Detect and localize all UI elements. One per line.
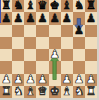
square-e4[interactable]: ♟: [49, 49, 61, 61]
black-knight[interactable]: ♞: [74, 0, 84, 12]
square-h6[interactable]: [85, 25, 97, 37]
square-h1[interactable]: ♜: [85, 86, 97, 98]
square-g5[interactable]: [73, 37, 85, 49]
black-pawn[interactable]: ♟: [86, 13, 96, 25]
white-queen[interactable]: ♛: [37, 86, 47, 98]
square-a5[interactable]: [0, 37, 12, 49]
white-rook[interactable]: ♜: [1, 86, 11, 98]
square-c6[interactable]: [24, 25, 36, 37]
square-b5[interactable]: [12, 37, 24, 49]
square-b6[interactable]: [12, 25, 24, 37]
square-d7[interactable]: ♟: [36, 12, 48, 24]
square-d6[interactable]: [36, 25, 48, 37]
square-g1[interactable]: ♞: [73, 86, 85, 98]
square-a6[interactable]: [0, 25, 12, 37]
white-king[interactable]: ♚: [49, 86, 59, 98]
black-pawn[interactable]: ♟: [74, 25, 84, 37]
white-rook[interactable]: ♜: [86, 86, 96, 98]
white-knight[interactable]: ♞: [74, 86, 84, 98]
square-a7[interactable]: ♟: [0, 12, 12, 24]
square-a1[interactable]: ♜: [0, 86, 12, 98]
black-pawn[interactable]: ♟: [25, 13, 35, 25]
black-pawn[interactable]: ♟: [62, 13, 72, 25]
square-d5[interactable]: [36, 37, 48, 49]
square-f5[interactable]: [61, 37, 73, 49]
white-knight[interactable]: ♞: [13, 86, 23, 98]
square-g4[interactable]: [73, 49, 85, 61]
chess-board[interactable]: ♜♞♝♛♚♝♞♜♟♟♟♟♟♟♟♟♟♟♟♟♟♟♟♟♜♞♝♛♚♝♞♜: [0, 0, 97, 98]
square-f7[interactable]: ♟: [61, 12, 73, 24]
square-c5[interactable]: [24, 37, 36, 49]
square-h5[interactable]: [85, 37, 97, 49]
square-g8[interactable]: ♞: [73, 0, 85, 12]
square-a4[interactable]: [0, 49, 12, 61]
square-c4[interactable]: [24, 49, 36, 61]
square-h4[interactable]: [85, 49, 97, 61]
square-f6[interactable]: [61, 25, 73, 37]
white-pawn[interactable]: ♟: [49, 49, 59, 61]
black-pawn[interactable]: ♟: [49, 13, 59, 25]
square-d1[interactable]: ♛: [36, 86, 48, 98]
black-pawn[interactable]: ♟: [13, 13, 23, 25]
square-b4[interactable]: [12, 49, 24, 61]
window-left-edge: [0, 0, 1, 23]
square-b7[interactable]: ♟: [12, 12, 24, 24]
square-g6[interactable]: ♟: [73, 25, 85, 37]
window-frame: ♜♞♝♛♚♝♞♜♟♟♟♟♟♟♟♟♟♟♟♟♟♟♟♟♜♞♝♛♚♝♞♜: [0, 0, 99, 100]
black-pawn[interactable]: ♟: [1, 13, 11, 25]
square-f1[interactable]: ♝: [61, 86, 73, 98]
square-f4[interactable]: [61, 49, 73, 61]
white-bishop[interactable]: ♝: [62, 86, 72, 98]
square-e6[interactable]: [49, 25, 61, 37]
square-e3[interactable]: [49, 61, 61, 73]
white-bishop[interactable]: ♝: [25, 86, 35, 98]
black-pawn[interactable]: ♟: [37, 13, 47, 25]
square-c1[interactable]: ♝: [24, 86, 36, 98]
square-h7[interactable]: ♟: [85, 12, 97, 24]
square-d4[interactable]: [36, 49, 48, 61]
square-e7[interactable]: ♟: [49, 12, 61, 24]
square-c7[interactable]: ♟: [24, 12, 36, 24]
square-e1[interactable]: ♚: [49, 86, 61, 98]
square-b1[interactable]: ♞: [12, 86, 24, 98]
